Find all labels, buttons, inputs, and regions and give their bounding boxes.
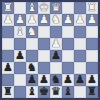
square-a5[interactable] (86, 50, 98, 62)
square-g3[interactable]: ♝ (14, 26, 26, 38)
square-h3[interactable] (2, 26, 14, 38)
black-king: ♚ (39, 86, 49, 98)
square-f4[interactable] (26, 38, 38, 50)
square-f3[interactable]: ♞ (26, 26, 38, 38)
white-pawn: ♟ (87, 14, 97, 26)
square-a8[interactable]: ♜ (86, 86, 98, 98)
black-bishop: ♝ (63, 86, 73, 98)
chess-board: ♜♝♚♛♜♟♟♟♟♞♟♟♟♝♞♟♟♟♟♞♟♟♞♟♟♟♜♝♚♛♝♜ (0, 0, 100, 100)
white-knight: ♞ (27, 26, 37, 38)
square-c5[interactable] (62, 50, 74, 62)
square-b5[interactable] (74, 50, 86, 62)
square-g7[interactable] (14, 74, 26, 86)
square-e2[interactable]: ♟ (38, 14, 50, 26)
white-pawn: ♟ (75, 14, 85, 26)
square-b8[interactable] (74, 86, 86, 98)
square-b3[interactable] (74, 26, 86, 38)
square-c3[interactable] (62, 26, 74, 38)
square-d8[interactable]: ♛ (50, 86, 62, 98)
square-e3[interactable] (38, 26, 50, 38)
square-b4[interactable] (74, 38, 86, 50)
square-a2[interactable]: ♟ (86, 14, 98, 26)
black-pawn: ♟ (75, 74, 85, 86)
square-c8[interactable]: ♝ (62, 86, 74, 98)
white-pawn: ♟ (3, 14, 13, 26)
black-pawn: ♟ (51, 50, 61, 62)
square-a4[interactable] (86, 38, 98, 50)
white-knight: ♞ (51, 14, 61, 26)
square-e8[interactable]: ♚ (38, 86, 50, 98)
square-c4[interactable] (62, 38, 74, 50)
square-g8[interactable] (14, 86, 26, 98)
square-h2[interactable]: ♟ (2, 14, 14, 26)
black-pawn: ♟ (15, 50, 25, 62)
black-bishop: ♝ (27, 86, 37, 98)
black-rook: ♜ (87, 86, 97, 98)
square-g6[interactable] (14, 62, 26, 74)
black-pawn: ♟ (3, 62, 13, 74)
white-bishop: ♝ (15, 26, 25, 38)
square-h6[interactable]: ♟ (2, 62, 14, 74)
square-b7[interactable]: ♟ (74, 74, 86, 86)
square-g5[interactable]: ♟ (14, 50, 26, 62)
square-e4[interactable] (38, 38, 50, 50)
square-d5[interactable]: ♟ (50, 50, 62, 62)
square-b2[interactable]: ♟ (74, 14, 86, 26)
black-queen: ♛ (51, 86, 61, 98)
square-h4[interactable] (2, 38, 14, 50)
white-pawn: ♟ (63, 14, 73, 26)
square-a3[interactable] (86, 26, 98, 38)
black-rook: ♜ (3, 86, 13, 98)
square-e5[interactable] (38, 50, 50, 62)
white-pawn: ♟ (39, 14, 49, 26)
square-d2[interactable]: ♞ (50, 14, 62, 26)
square-h8[interactable]: ♜ (2, 86, 14, 98)
square-f8[interactable]: ♝ (26, 86, 38, 98)
square-c2[interactable]: ♟ (62, 14, 74, 26)
